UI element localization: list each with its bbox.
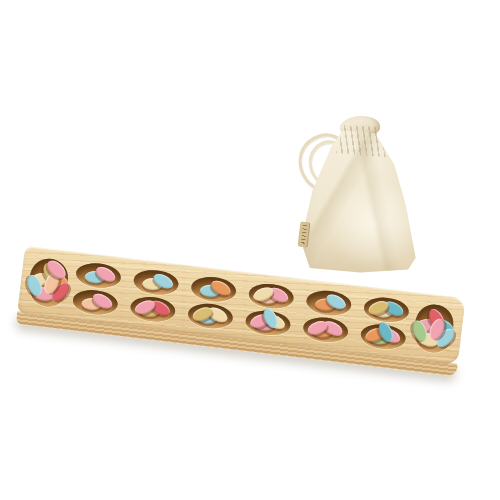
pit-top-6[interactable] (363, 295, 411, 324)
brand-tag-text-lines (301, 225, 307, 244)
store-right[interactable] (413, 303, 454, 353)
pit-top-5[interactable] (305, 288, 353, 317)
drawstring-bag (296, 110, 424, 275)
pit-top-1[interactable] (75, 261, 123, 290)
pit-bottom-6[interactable] (359, 322, 407, 351)
product-photo (0, 0, 500, 500)
pit-bottom-5[interactable] (302, 315, 350, 344)
pit-bottom-2[interactable] (129, 295, 177, 324)
pit-top-3[interactable] (190, 275, 238, 304)
pit-top-2[interactable] (132, 268, 180, 297)
pit-bottom-4[interactable] (244, 308, 292, 337)
bag-cinch-pleats (336, 125, 386, 157)
pit-bottom-1[interactable] (71, 288, 119, 317)
pit-top-4[interactable] (247, 282, 295, 311)
store-left[interactable] (29, 258, 69, 308)
pit-bottom-3[interactable] (187, 301, 235, 330)
